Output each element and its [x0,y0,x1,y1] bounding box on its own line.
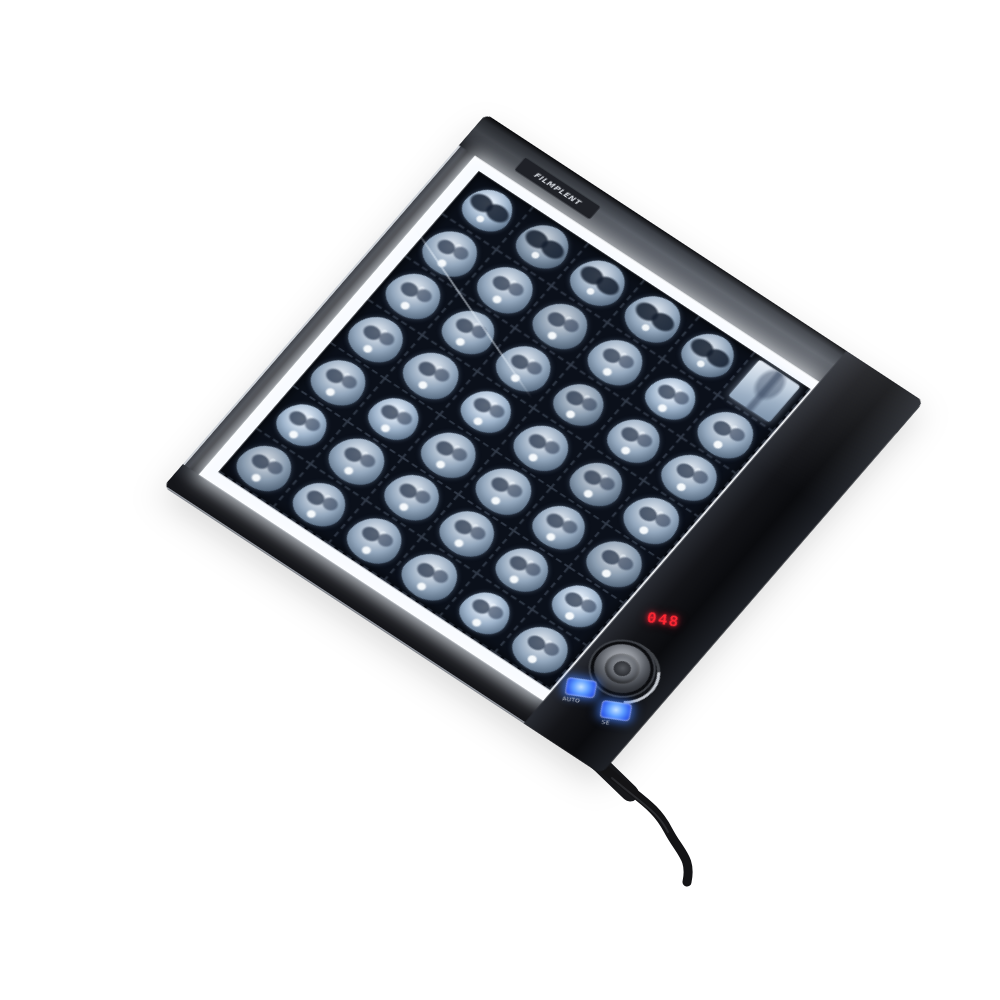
se-button-label: SE [601,719,610,726]
led-display-value: 048 [646,609,681,630]
scene: FILMPLENT 048 AUTO SE [0,0,1000,1000]
led-display: 048 [625,602,702,637]
